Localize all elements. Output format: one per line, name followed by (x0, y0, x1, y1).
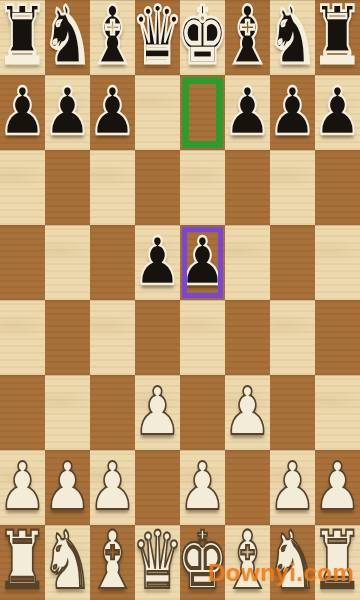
square-e1[interactable]: ♚ (180, 525, 225, 600)
square-d3[interactable]: ♟ (135, 375, 180, 450)
piece-black-pawn[interactable]: ♟ (88, 66, 136, 158)
square-b3[interactable] (45, 375, 90, 450)
square-d7[interactable] (135, 75, 180, 150)
square-c7[interactable]: ♟ (90, 75, 135, 150)
square-a6[interactable] (0, 150, 45, 225)
square-f3[interactable]: ♟ (225, 375, 270, 450)
square-h8[interactable]: ♜ (315, 0, 360, 75)
square-g5[interactable] (270, 225, 315, 300)
chess-board: ♜♞♝♛♚♝♞♜♟♟♟♟♟♟♟♟♟♟♟♟♟♟♟♟♜♞♝♛♚♝♞♜ (0, 0, 360, 600)
square-g3[interactable] (270, 375, 315, 450)
square-h1[interactable]: ♜ (315, 525, 360, 600)
square-a5[interactable] (0, 225, 45, 300)
square-e8[interactable]: ♚ (180, 0, 225, 75)
square-e4[interactable] (180, 300, 225, 375)
square-f6[interactable] (225, 150, 270, 225)
square-f7[interactable]: ♟ (225, 75, 270, 150)
square-d8[interactable]: ♛ (135, 0, 180, 75)
square-c1[interactable]: ♝ (90, 525, 135, 600)
highlight-move-from (182, 77, 223, 148)
square-b7[interactable]: ♟ (45, 75, 90, 150)
square-c6[interactable] (90, 150, 135, 225)
piece-black-pawn[interactable]: ♟ (223, 66, 271, 158)
square-e5[interactable]: ♟ (180, 225, 225, 300)
square-g4[interactable] (270, 300, 315, 375)
square-e6[interactable] (180, 150, 225, 225)
square-d5[interactable]: ♟ (135, 225, 180, 300)
chess-app-screen: ♜♞♝♛♚♝♞♜♟♟♟♟♟♟♟♟♟♟♟♟♟♟♟♟♜♞♝♛♚♝♞♜ Downyi.… (0, 0, 360, 600)
piece-black-pawn[interactable]: ♟ (133, 216, 181, 307)
piece-black-pawn[interactable]: ♟ (0, 66, 47, 158)
square-h6[interactable] (315, 150, 360, 225)
piece-black-pawn[interactable]: ♟ (178, 216, 226, 307)
square-d6[interactable] (135, 150, 180, 225)
square-h7[interactable]: ♟ (315, 75, 360, 150)
square-c4[interactable] (90, 300, 135, 375)
square-f1[interactable]: ♝ (225, 525, 270, 600)
piece-white-pawn[interactable]: ♟ (133, 366, 181, 458)
square-c8[interactable]: ♝ (90, 0, 135, 75)
square-f5[interactable] (225, 225, 270, 300)
square-f4[interactable] (225, 300, 270, 375)
square-c3[interactable] (90, 375, 135, 450)
square-h5[interactable] (315, 225, 360, 300)
square-a7[interactable]: ♟ (0, 75, 45, 150)
square-e3[interactable] (180, 375, 225, 450)
square-b1[interactable]: ♞ (45, 525, 90, 600)
square-a4[interactable] (0, 300, 45, 375)
square-h3[interactable] (315, 375, 360, 450)
square-g1[interactable]: ♞ (270, 525, 315, 600)
piece-white-rook[interactable]: ♜ (312, 509, 360, 600)
square-f8[interactable]: ♝ (225, 0, 270, 75)
square-a3[interactable] (0, 375, 45, 450)
piece-black-pawn[interactable]: ♟ (313, 66, 360, 158)
piece-white-pawn[interactable]: ♟ (223, 366, 271, 458)
square-g8[interactable]: ♞ (270, 0, 315, 75)
square-g6[interactable] (270, 150, 315, 225)
square-a1[interactable]: ♜ (0, 525, 45, 600)
square-d1[interactable]: ♛ (135, 525, 180, 600)
square-a8[interactable]: ♜ (0, 0, 45, 75)
piece-black-pawn[interactable]: ♟ (43, 66, 91, 158)
square-b8[interactable]: ♞ (45, 0, 90, 75)
square-h4[interactable] (315, 300, 360, 375)
square-b4[interactable] (45, 300, 90, 375)
square-d4[interactable] (135, 300, 180, 375)
square-e7[interactable] (180, 75, 225, 150)
piece-black-pawn[interactable]: ♟ (268, 66, 316, 158)
square-b6[interactable] (45, 150, 90, 225)
square-b5[interactable] (45, 225, 90, 300)
square-c5[interactable] (90, 225, 135, 300)
square-g7[interactable]: ♟ (270, 75, 315, 150)
